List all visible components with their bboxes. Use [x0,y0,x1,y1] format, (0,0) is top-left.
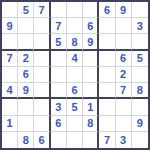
cell-r8c9[interactable]: 9 [132,116,148,132]
cell-r7c2[interactable] [18,99,34,115]
cell-r2c5[interactable] [67,18,83,34]
cell-r6c8[interactable]: 7 [116,83,132,99]
cell-r5c7[interactable] [99,67,115,83]
cell-r3c6[interactable]: 9 [83,34,99,50]
cell-r1c4[interactable] [51,2,67,18]
cell-r1c6[interactable] [83,2,99,18]
cell-r4c2[interactable]: 2 [18,51,34,67]
cell-r9c7[interactable]: 7 [99,132,115,148]
cell-r9c6[interactable] [83,132,99,148]
cell-r1c9[interactable] [132,2,148,18]
cell-r1c3[interactable]: 7 [34,2,50,18]
cell-r4c8[interactable]: 6 [116,51,132,67]
cell-r1c7[interactable]: 6 [99,2,115,18]
cell-r2c6[interactable]: 6 [83,18,99,34]
cell-r7c3[interactable] [34,99,50,115]
cell-r2c8[interactable] [116,18,132,34]
cell-r7c5[interactable]: 5 [67,99,83,115]
cell-r8c8[interactable] [116,116,132,132]
cell-r6c1[interactable]: 4 [2,83,18,99]
cell-r5c3[interactable] [34,67,50,83]
cell-r6c4[interactable] [51,83,67,99]
cell-r5c9[interactable] [132,67,148,83]
cell-r9c8[interactable]: 3 [116,132,132,148]
cell-r3c9[interactable] [132,34,148,50]
cell-r6c3[interactable] [34,83,50,99]
cell-r1c8[interactable]: 9 [116,2,132,18]
cell-r4c9[interactable]: 5 [132,51,148,67]
cell-r8c2[interactable] [18,116,34,132]
cell-r4c6[interactable] [83,51,99,67]
cell-r4c3[interactable] [34,51,50,67]
cell-r5c8[interactable]: 2 [116,67,132,83]
cell-r3c5[interactable]: 8 [67,34,83,50]
cell-r5c1[interactable] [2,67,18,83]
cell-r9c2[interactable]: 8 [18,132,34,148]
cell-r2c9[interactable]: 3 [132,18,148,34]
cell-r7c8[interactable] [116,99,132,115]
cell-r4c7[interactable] [99,51,115,67]
cell-r6c9[interactable]: 8 [132,83,148,99]
cell-r6c5[interactable]: 6 [67,83,83,99]
cell-r6c6[interactable] [83,83,99,99]
cell-r1c5[interactable] [67,2,83,18]
cell-r4c1[interactable]: 7 [2,51,18,67]
cell-r7c6[interactable]: 1 [83,99,99,115]
cell-r1c1[interactable] [2,2,18,18]
cell-r7c9[interactable] [132,99,148,115]
cell-r2c7[interactable] [99,18,115,34]
cell-r1c2[interactable]: 5 [18,2,34,18]
cell-r9c1[interactable] [2,132,18,148]
cell-r7c4[interactable]: 3 [51,99,67,115]
cell-r5c5[interactable] [67,67,83,83]
cell-r3c3[interactable] [34,34,50,50]
cell-r3c1[interactable] [2,34,18,50]
cell-r2c4[interactable]: 7 [51,18,67,34]
cell-r9c5[interactable] [67,132,83,148]
cell-r8c4[interactable]: 6 [51,116,67,132]
sudoku-board: 5769976358972465624967835116898673 [0,0,150,150]
cell-r3c8[interactable] [116,34,132,50]
cell-r7c1[interactable] [2,99,18,115]
cell-r2c3[interactable] [34,18,50,34]
cell-r6c7[interactable] [99,83,115,99]
cell-r7c7[interactable] [99,99,115,115]
cell-r5c2[interactable]: 6 [18,67,34,83]
cell-r8c1[interactable]: 1 [2,116,18,132]
cell-r3c2[interactable] [18,34,34,50]
cell-r4c5[interactable]: 4 [67,51,83,67]
cell-r8c7[interactable] [99,116,115,132]
cell-r4c4[interactable] [51,51,67,67]
cell-r2c1[interactable]: 9 [2,18,18,34]
cell-r5c4[interactable] [51,67,67,83]
cell-r3c7[interactable] [99,34,115,50]
cell-r6c2[interactable]: 9 [18,83,34,99]
cell-r8c3[interactable] [34,116,50,132]
cell-r3c4[interactable]: 5 [51,34,67,50]
cell-r2c2[interactable] [18,18,34,34]
cell-r8c6[interactable]: 8 [83,116,99,132]
cell-r9c3[interactable]: 6 [34,132,50,148]
cell-r9c4[interactable] [51,132,67,148]
cell-r9c9[interactable] [132,132,148,148]
cell-r5c6[interactable] [83,67,99,83]
cell-r8c5[interactable] [67,116,83,132]
